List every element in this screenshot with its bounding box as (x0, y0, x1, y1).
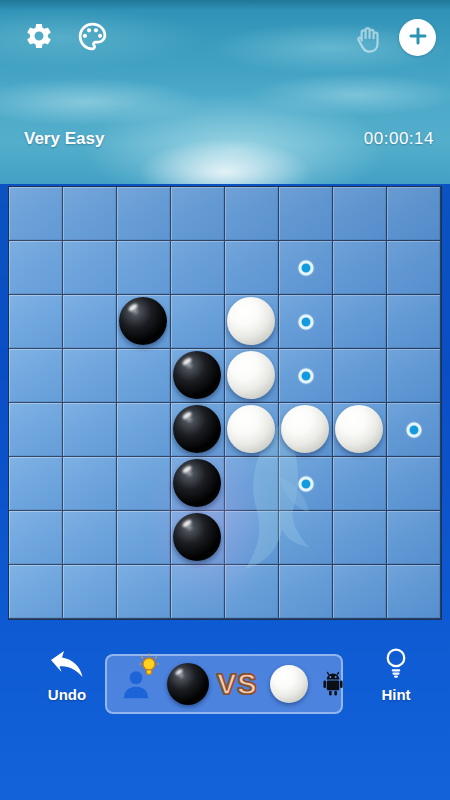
board-cell[interactable] (9, 241, 63, 295)
legal-move-marker[interactable] (298, 260, 313, 275)
board-cell[interactable] (279, 457, 333, 511)
board-cell[interactable] (387, 457, 441, 511)
undo-arrow-icon (47, 668, 87, 683)
white-stone (227, 351, 275, 399)
board-cell[interactable] (225, 241, 279, 295)
board-cell[interactable] (117, 295, 171, 349)
board-cell[interactable] (9, 187, 63, 241)
gear-icon (24, 39, 54, 54)
board-cell[interactable] (63, 295, 117, 349)
difficulty-label: Very Easy (24, 129, 104, 149)
board-cell[interactable] (117, 511, 171, 565)
undo-label: Undo (36, 686, 98, 703)
black-stone (173, 513, 221, 561)
board-cell[interactable] (63, 565, 117, 619)
legal-move-marker[interactable] (298, 368, 313, 383)
board-cell[interactable] (171, 457, 225, 511)
black-stone (173, 459, 221, 507)
hint-label: Hint (364, 686, 428, 703)
lightbulb-icon (382, 668, 410, 683)
board-cell[interactable] (279, 295, 333, 349)
board-cell[interactable] (333, 511, 387, 565)
settings-button[interactable] (24, 21, 54, 51)
board-cell[interactable] (117, 403, 171, 457)
board-cell[interactable] (117, 349, 171, 403)
board-cell[interactable] (171, 295, 225, 349)
hint-button[interactable]: Hint (364, 646, 428, 703)
board-cell[interactable] (171, 511, 225, 565)
pass-button[interactable] (351, 24, 387, 58)
legal-move-marker[interactable] (406, 422, 421, 437)
board-cell[interactable] (279, 349, 333, 403)
black-stone (173, 351, 221, 399)
board-cell[interactable] (333, 565, 387, 619)
board-cell[interactable] (225, 565, 279, 619)
board-cell[interactable] (63, 511, 117, 565)
white-stone (227, 297, 275, 345)
board-cell[interactable] (225, 457, 279, 511)
matchup-panel: VS (105, 654, 343, 714)
board-cell[interactable] (9, 511, 63, 565)
plus-icon (408, 26, 428, 49)
theme-button[interactable] (76, 20, 109, 53)
legal-move-marker[interactable] (298, 476, 313, 491)
app-root: Very Easy 00:00:14 Undo (0, 0, 450, 800)
board-cell[interactable] (9, 457, 63, 511)
board-cell[interactable] (9, 565, 63, 619)
board-cell[interactable] (387, 565, 441, 619)
board-cell[interactable] (333, 457, 387, 511)
board-cell[interactable] (387, 241, 441, 295)
board-cell[interactable] (63, 457, 117, 511)
board-cell[interactable] (171, 349, 225, 403)
board-cell[interactable] (171, 403, 225, 457)
board-cell[interactable] (225, 187, 279, 241)
board-cell[interactable] (279, 511, 333, 565)
board-cell[interactable] (387, 511, 441, 565)
board-cell[interactable] (333, 295, 387, 349)
board-cell[interactable] (333, 187, 387, 241)
black-stone (173, 405, 221, 453)
board-cell[interactable] (387, 187, 441, 241)
board-cell[interactable] (63, 241, 117, 295)
board-cell[interactable] (225, 511, 279, 565)
board-cell[interactable] (63, 187, 117, 241)
white-stone (335, 405, 383, 453)
board-cell[interactable] (387, 349, 441, 403)
board-cell[interactable] (279, 241, 333, 295)
board-cell[interactable] (279, 187, 333, 241)
board-cell[interactable] (117, 241, 171, 295)
board-cell[interactable] (9, 349, 63, 403)
board-cell[interactable] (333, 403, 387, 457)
person-icon (119, 667, 153, 701)
undo-button[interactable]: Undo (36, 650, 98, 703)
board-cell[interactable] (171, 241, 225, 295)
board-cell[interactable] (387, 403, 441, 457)
board-cell[interactable] (279, 403, 333, 457)
legal-move-marker[interactable] (298, 314, 313, 329)
new-game-button[interactable] (399, 19, 436, 56)
board-cell[interactable] (333, 241, 387, 295)
board (8, 186, 442, 620)
black-player-stone (167, 663, 209, 705)
turn-indicator-lightbulb-icon (137, 653, 161, 679)
board-cell[interactable] (9, 295, 63, 349)
vs-label: VS (217, 668, 258, 701)
black-stone (119, 297, 167, 345)
board-cell[interactable] (9, 403, 63, 457)
board-cell[interactable] (279, 565, 333, 619)
board-cell[interactable] (387, 295, 441, 349)
board-cell[interactable] (225, 295, 279, 349)
white-player-stone (270, 665, 308, 703)
board-cell[interactable] (225, 349, 279, 403)
board-cell[interactable] (63, 349, 117, 403)
white-stone (227, 405, 275, 453)
board-cell[interactable] (225, 403, 279, 457)
board-cell[interactable] (117, 457, 171, 511)
board-cell[interactable] (171, 187, 225, 241)
android-robot-icon (318, 669, 348, 699)
board-cell[interactable] (117, 187, 171, 241)
board-cell[interactable] (171, 565, 225, 619)
palette-icon (76, 41, 109, 56)
game-timer: 00:00:14 (364, 129, 434, 149)
board-cell[interactable] (333, 349, 387, 403)
board-cell[interactable] (117, 565, 171, 619)
white-stone (281, 405, 329, 453)
hand-icon (351, 46, 387, 61)
board-cell[interactable] (63, 403, 117, 457)
